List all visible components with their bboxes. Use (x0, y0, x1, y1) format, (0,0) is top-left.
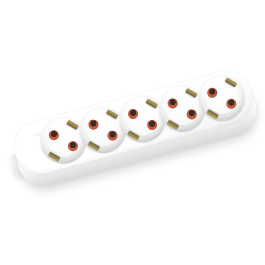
earth-clip-bottom (48, 152, 61, 162)
pin-hole-left (87, 118, 101, 132)
earth-clip-top (225, 77, 238, 87)
earth-clip-bottom (127, 130, 140, 140)
pin-hole-right (224, 97, 238, 111)
earth-clip-bottom (206, 109, 219, 119)
pin-hole-left (166, 97, 180, 111)
earth-clip-bottom (166, 120, 179, 130)
pin-hole-left (126, 107, 140, 121)
pin-hole-left (47, 128, 61, 142)
pin-hole-left (205, 86, 219, 100)
earth-clip-bottom (87, 141, 100, 151)
product-photo (0, 0, 265, 265)
power-strip (8, 65, 258, 180)
